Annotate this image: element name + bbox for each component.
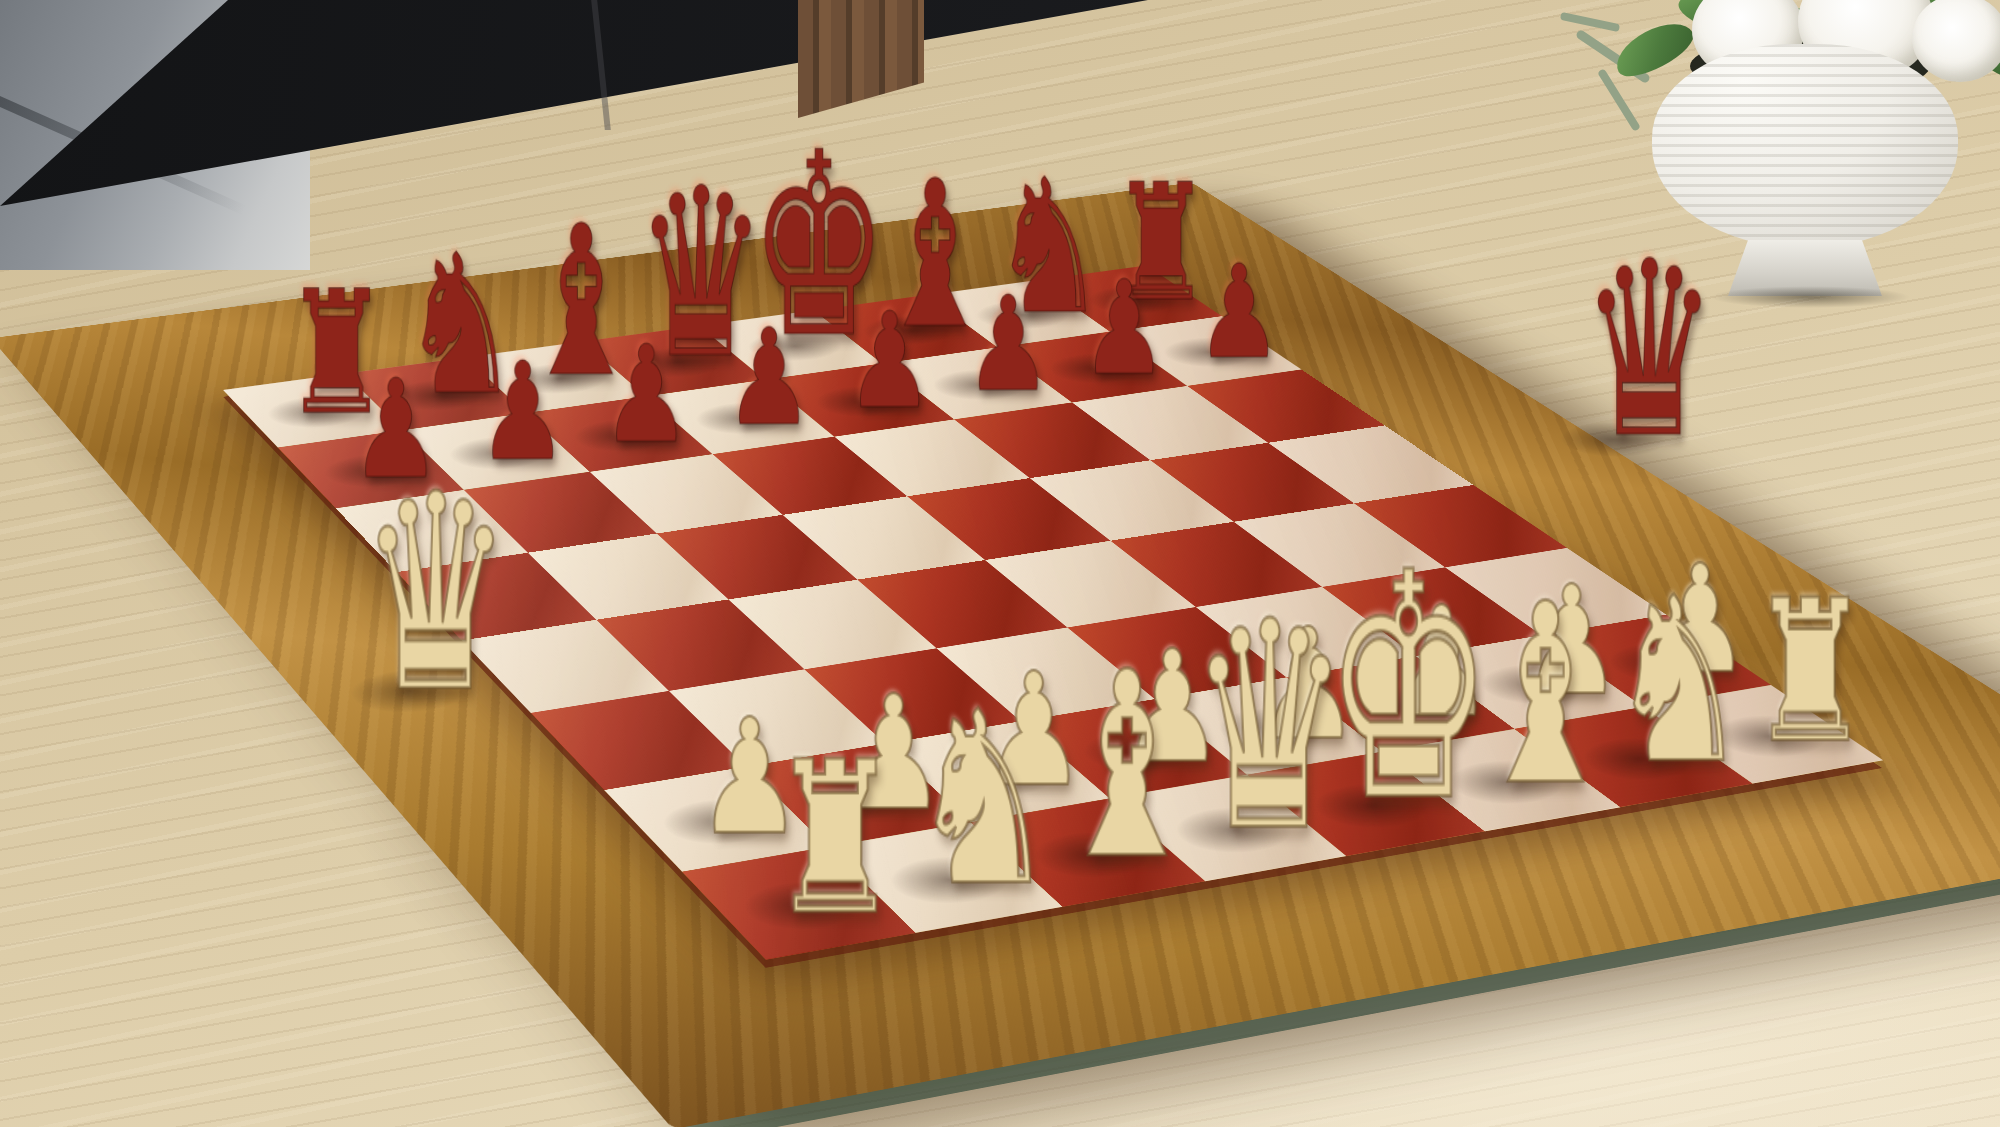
square-h5 bbox=[1268, 426, 1473, 504]
extra-white-queen-spot: ♛ bbox=[295, 637, 518, 740]
planter-pot bbox=[1652, 44, 1958, 248]
chess-set-photo: ♜♞♝♛♚♝♞♜♟♟♟♟♟♟♟♟♟♟♟♟♟♟♟♟♜♞♝♛♚♝♞♜ ♛ ♛ bbox=[0, 0, 2000, 1127]
extra-red-queen-spot: ♛ bbox=[1495, 397, 1720, 479]
square-a1: ♜ bbox=[682, 847, 915, 960]
white-queen-spare: ♛ bbox=[314, 465, 558, 723]
square-d5 bbox=[783, 496, 985, 579]
sprig bbox=[1560, 12, 1620, 32]
planter-pot-shadow bbox=[1710, 286, 1910, 308]
sprig bbox=[1597, 68, 1641, 132]
flower-planter bbox=[1560, 0, 2000, 328]
white-rook-a1: ♜ bbox=[713, 740, 958, 940]
leaf bbox=[1608, 13, 1700, 86]
